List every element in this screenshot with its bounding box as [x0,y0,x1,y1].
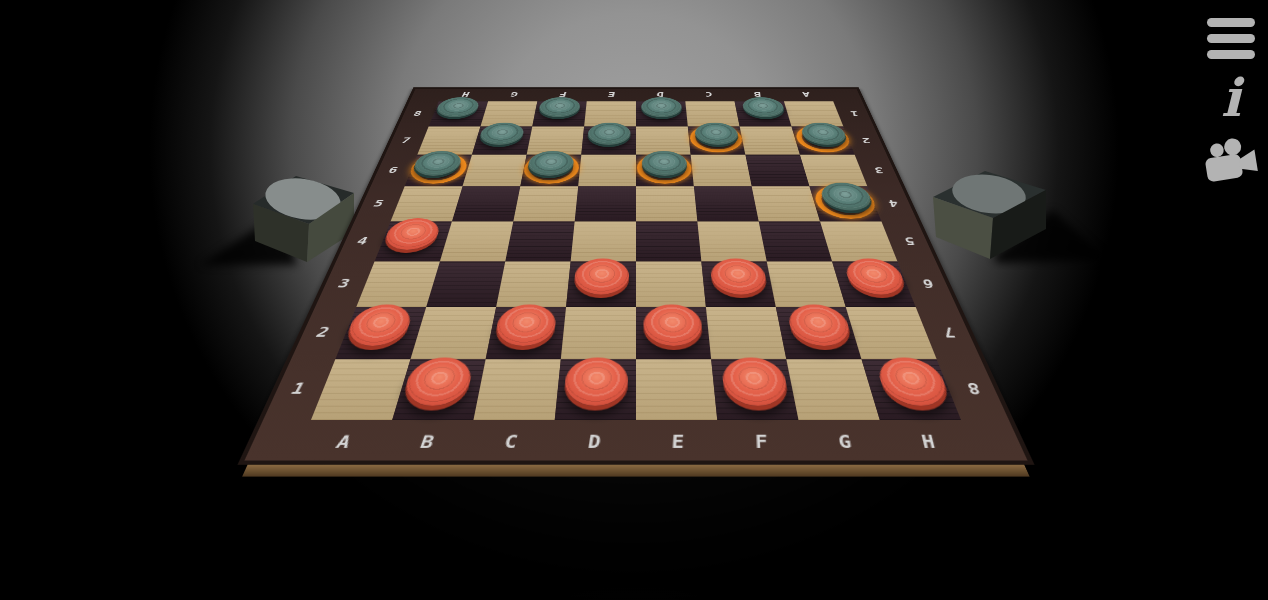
square-g1 [786,359,879,420]
square-a6[interactable] [405,155,472,186]
red-checker-piece[interactable] [563,357,628,405]
scene: HGFEDCBA8172635445362718ABCDEFGH i [0,0,1268,600]
corner [829,87,864,101]
square-e4[interactable] [636,222,701,262]
square-g5 [752,186,820,221]
menu-button[interactable] [1207,14,1255,62]
file-label: C [462,420,557,465]
far-rank-label: 5 [884,222,937,262]
square-f3[interactable] [701,261,775,306]
teal-checker-piece[interactable] [587,123,631,145]
menu-icon [1207,50,1255,59]
menu-icon [1207,34,1255,43]
square-a8[interactable] [429,101,488,126]
info-icon: i [1221,74,1241,122]
square-c8[interactable] [532,101,586,126]
square-a1 [311,359,411,420]
square-c2[interactable] [486,307,566,359]
square-d5[interactable] [575,186,636,221]
red-checker-piece[interactable] [643,304,703,345]
camera-button[interactable] [1204,138,1258,182]
far-file-label: A [781,87,832,101]
square-f5[interactable] [694,186,759,221]
square-f6 [691,155,752,186]
info-button[interactable]: i [1221,62,1241,122]
square-e2[interactable] [636,307,711,359]
square-e3 [636,261,706,306]
red-checker-piece[interactable] [720,357,790,405]
file-label: F [719,420,805,465]
square-b5[interactable] [452,186,520,221]
square-d6 [578,155,636,186]
square-e1 [636,359,717,420]
square-a5 [391,186,463,221]
square-b6 [463,155,527,186]
square-e8[interactable] [636,101,688,126]
red-checker-piece[interactable] [873,357,953,405]
hud: i [1200,14,1262,182]
square-b1[interactable] [392,359,485,420]
checkers-board: HGFEDCBA8172635445362718ABCDEFGH [237,87,1034,464]
teal-checker-piece[interactable] [641,97,682,117]
square-c6[interactable] [520,155,581,186]
square-g7 [740,127,800,155]
far-file-label: G [487,87,542,101]
square-f7[interactable] [688,127,746,155]
square-b2 [410,307,496,359]
red-checker-piece[interactable] [493,304,557,345]
square-d4 [571,222,636,262]
file-label: E [634,420,720,465]
far-rank-label: 2 [846,127,888,155]
file-label: H [882,420,977,465]
movie-camera-icon [1204,138,1258,182]
square-d1[interactable] [555,359,636,420]
file-label: D [548,420,638,465]
square-d3[interactable] [566,261,636,306]
far-rank-label: 4 [870,186,919,221]
far-rank-label: 1 [835,101,874,126]
square-b7[interactable] [472,127,532,155]
far-file-label: C [684,87,733,101]
menu-icon [1207,18,1255,27]
square-f4 [697,222,766,262]
square-g8[interactable] [735,101,792,126]
square-c3 [496,261,570,306]
red-checker-piece[interactable] [400,357,475,405]
square-c4[interactable] [505,222,574,262]
red-checker-piece[interactable] [785,304,854,345]
square-f1[interactable] [711,359,798,420]
red-checker-piece[interactable] [709,258,769,294]
square-b3[interactable] [426,261,505,306]
square-h1[interactable] [862,359,962,420]
red-checker-piece[interactable] [343,304,416,345]
far-rank-label: 3 [857,155,902,186]
square-g6[interactable] [745,155,809,186]
square-e6[interactable] [636,155,694,186]
file-label: B [376,420,475,465]
board-3d-wrap: HGFEDCBA8172635445362718ABCDEFGH [320,0,952,506]
red-checker-piece[interactable] [381,218,443,250]
square-c5 [513,186,578,221]
red-checker-piece[interactable] [842,258,909,294]
square-c1 [473,359,560,420]
square-d2 [561,307,636,359]
teal-checker-piece[interactable] [477,123,525,145]
teal-checker-piece[interactable] [538,97,581,117]
square-f2 [706,307,786,359]
square-d7[interactable] [581,127,636,155]
square-b4 [440,222,513,262]
square-e5 [636,186,697,221]
far-rank-label: 6 [900,261,958,306]
far-file-label: E [585,87,637,101]
board-side-edge [242,465,1030,477]
file-label: G [801,420,891,465]
square-h7[interactable] [792,127,855,155]
square-h6 [800,155,867,186]
red-checker-piece[interactable] [573,258,629,294]
